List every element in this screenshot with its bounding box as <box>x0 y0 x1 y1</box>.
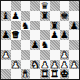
square-f5[interactable]: ♟ <box>50 30 60 40</box>
black-pawn: ♟ <box>31 40 40 50</box>
square-h3[interactable] <box>69 50 79 60</box>
black-knight: ♞ <box>21 21 30 31</box>
black-pawn: ♟ <box>70 21 79 31</box>
white-pawn: ♟ <box>60 60 69 70</box>
white-queen: ♛ <box>11 30 20 40</box>
square-d4[interactable]: ♟ <box>30 40 40 50</box>
square-b4[interactable] <box>11 40 21 50</box>
black-rook: ♜ <box>50 21 59 31</box>
square-a7[interactable]: ♝ <box>1 11 11 21</box>
white-pawn: ♟ <box>70 60 79 70</box>
square-a1[interactable] <box>1 69 11 79</box>
square-b3[interactable] <box>11 50 21 60</box>
square-h4[interactable] <box>69 40 79 50</box>
square-h2[interactable]: ♟ <box>69 60 79 70</box>
square-b1[interactable] <box>11 69 21 79</box>
square-h1[interactable] <box>69 69 79 79</box>
square-f1[interactable]: ♜ <box>50 69 60 79</box>
white-pawn: ♟ <box>2 50 11 60</box>
black-pawn: ♟ <box>60 30 69 40</box>
square-b8[interactable] <box>11 1 21 11</box>
square-c2[interactable] <box>21 60 31 70</box>
black-pawn: ♟ <box>50 30 59 40</box>
square-g8[interactable] <box>60 1 70 11</box>
black-queen: ♛ <box>41 1 50 11</box>
square-f8[interactable] <box>50 1 60 11</box>
square-b5[interactable]: ♛ <box>11 30 21 40</box>
black-pawn: ♟ <box>11 11 20 21</box>
square-f3[interactable] <box>50 50 60 60</box>
white-pawn: ♟ <box>60 50 69 60</box>
square-e2[interactable]: ♟ <box>40 60 50 70</box>
square-a8[interactable] <box>1 1 11 11</box>
square-b7[interactable]: ♟ <box>11 11 21 21</box>
white-bishop: ♝ <box>21 69 30 79</box>
square-e3[interactable] <box>40 50 50 60</box>
square-a5[interactable]: ♟ <box>1 30 11 40</box>
square-d6[interactable] <box>30 21 40 31</box>
white-rook: ♜ <box>50 69 59 79</box>
square-c8[interactable] <box>21 1 31 11</box>
square-d7[interactable] <box>30 11 40 21</box>
square-g5[interactable]: ♟ <box>60 30 70 40</box>
square-h5[interactable] <box>69 30 79 40</box>
white-pawn: ♟ <box>41 60 50 70</box>
black-pawn: ♟ <box>2 30 11 40</box>
white-rook: ♜ <box>41 69 50 79</box>
square-h6[interactable]: ♟ <box>69 21 79 31</box>
square-d5[interactable] <box>30 30 40 40</box>
square-g4[interactable] <box>60 40 70 50</box>
square-e5[interactable] <box>40 30 50 40</box>
square-e6[interactable] <box>40 21 50 31</box>
square-e1[interactable]: ♜ <box>40 69 50 79</box>
square-f4[interactable] <box>50 40 60 50</box>
square-c1[interactable]: ♝ <box>21 69 31 79</box>
black-knight: ♞ <box>41 40 50 50</box>
square-b6[interactable] <box>11 21 21 31</box>
square-c7[interactable] <box>21 11 31 21</box>
square-a2[interactable] <box>1 60 11 70</box>
square-a3[interactable]: ♟ <box>1 50 11 60</box>
square-c3[interactable] <box>21 50 31 60</box>
black-bishop: ♝ <box>2 11 11 21</box>
square-g3[interactable]: ♟ <box>60 50 70 60</box>
white-pawn: ♟ <box>50 60 59 70</box>
square-e7[interactable]: ♜ <box>40 11 50 21</box>
square-a6[interactable] <box>1 21 11 31</box>
square-e8[interactable]: ♛ <box>40 1 50 11</box>
white-knight: ♞ <box>31 60 40 70</box>
square-g2[interactable]: ♟ <box>60 60 70 70</box>
square-g1[interactable]: ♚ <box>60 69 70 79</box>
square-d8[interactable] <box>30 1 40 11</box>
square-a4[interactable] <box>1 40 11 50</box>
square-c6[interactable]: ♞ <box>21 21 31 31</box>
square-g6[interactable] <box>60 21 70 31</box>
square-f2[interactable]: ♟ <box>50 60 60 70</box>
chess-board: ♛♝♟♜♚♞♜♟♟♛♟♟♟♞♟♟♟♞♟♟♟♟♝♜♜♚ <box>0 0 80 80</box>
white-king: ♚ <box>60 69 69 79</box>
square-b2[interactable]: ♟ <box>11 60 21 70</box>
square-e4[interactable]: ♞ <box>40 40 50 50</box>
square-c5[interactable] <box>21 30 31 40</box>
square-h8[interactable] <box>69 1 79 11</box>
square-g7[interactable]: ♚ <box>60 11 70 21</box>
square-f6[interactable]: ♜ <box>50 21 60 31</box>
square-d3[interactable] <box>30 50 40 60</box>
square-f7[interactable] <box>50 11 60 21</box>
black-king: ♚ <box>60 11 69 21</box>
square-c4[interactable] <box>21 40 31 50</box>
square-h7[interactable] <box>69 11 79 21</box>
white-pawn: ♟ <box>11 60 20 70</box>
black-rook: ♜ <box>41 11 50 21</box>
square-d1[interactable] <box>30 69 40 79</box>
square-d2[interactable]: ♞ <box>30 60 40 70</box>
